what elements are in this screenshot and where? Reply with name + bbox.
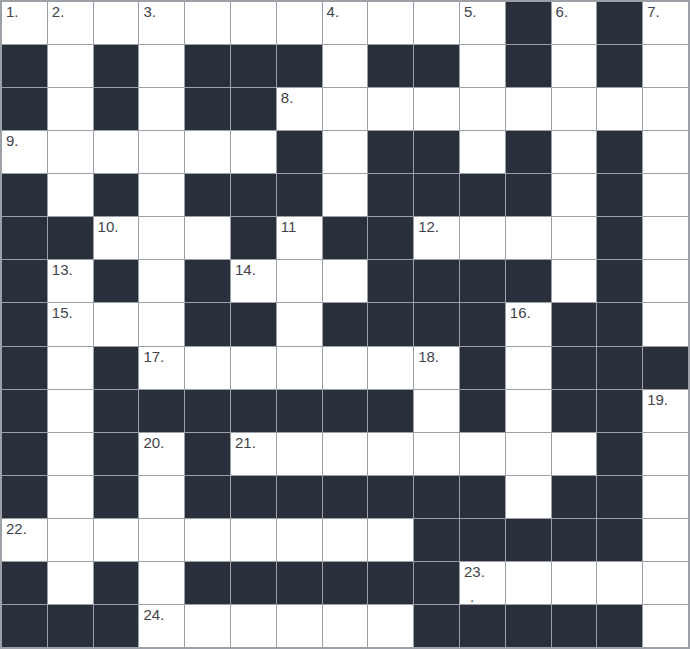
clue-number: 11 [281,218,297,236]
block-cell [2,562,47,604]
letter-cell[interactable]: 15. [48,303,93,345]
letter-cell[interactable] [643,260,688,302]
letter-cell[interactable] [506,88,551,130]
letter-cell[interactable] [323,347,368,389]
clue-number: 5. [464,3,477,21]
block-cell [552,476,597,518]
letter-cell[interactable] [460,131,505,173]
letter-cell[interactable] [552,260,597,302]
letter-cell[interactable] [552,433,597,475]
letter-cell[interactable]: 18. [414,347,459,389]
block-cell [185,260,230,302]
letter-cell[interactable] [185,605,230,647]
clue-number: 8. [281,89,294,107]
block-cell [231,45,276,87]
clue-number: 10. [98,218,119,236]
block-cell [506,605,551,647]
block-cell [597,303,642,345]
letter-cell[interactable] [277,260,322,302]
letter-cell[interactable] [48,562,93,604]
letter-cell[interactable]: 7. [643,2,688,44]
letter-cell[interactable]: 1. [2,2,47,44]
block-cell [94,45,139,87]
block-cell [414,519,459,561]
letter-cell[interactable] [277,2,322,44]
block-cell [2,260,47,302]
letter-cell[interactable] [368,433,413,475]
letter-cell[interactable] [139,476,184,518]
block-cell [2,303,47,345]
letter-cell[interactable]: 8. [277,88,322,130]
letter-cell[interactable]: 17. [139,347,184,389]
block-cell [94,260,139,302]
letter-cell[interactable]: 19. [643,390,688,432]
block-cell [368,174,413,216]
block-cell [368,217,413,259]
block-cell [231,217,276,259]
block-cell [323,217,368,259]
block-cell [94,476,139,518]
letter-cell[interactable] [185,131,230,173]
letter-cell[interactable] [323,45,368,87]
letter-cell[interactable] [506,390,551,432]
letter-cell[interactable]: 22. [2,519,47,561]
clue-number: 15. [52,304,73,322]
block-cell [460,260,505,302]
letter-cell[interactable] [460,88,505,130]
block-cell [2,347,47,389]
letter-cell[interactable] [643,562,688,604]
clue-number: 7. [647,3,660,21]
letter-cell[interactable] [231,131,276,173]
letter-cell[interactable] [48,347,93,389]
letter-cell[interactable] [368,88,413,130]
block-cell [277,174,322,216]
clue-number: 12. [418,218,439,236]
letter-cell[interactable] [506,562,551,604]
letter-cell[interactable] [94,519,139,561]
block-cell [94,174,139,216]
block-cell [552,390,597,432]
block-cell [323,562,368,604]
block-cell [368,562,413,604]
letter-cell[interactable] [506,347,551,389]
block-cell [231,88,276,130]
clue-number: 14. [235,261,256,279]
block-cell [2,88,47,130]
block-cell [277,390,322,432]
block-cell [94,88,139,130]
block-cell [2,605,47,647]
letter-cell[interactable]: 11 [277,217,322,259]
letter-cell[interactable] [277,347,322,389]
letter-cell[interactable] [277,303,322,345]
letter-cell[interactable] [231,605,276,647]
letter-cell[interactable] [368,519,413,561]
block-cell [94,347,139,389]
letter-cell[interactable] [185,217,230,259]
clue-number: 19. [647,391,668,409]
block-cell [185,174,230,216]
letter-cell[interactable] [139,174,184,216]
block-cell [368,45,413,87]
block-cell [597,347,642,389]
block-cell [185,562,230,604]
clue-number: 20. [143,434,164,452]
stray-period-artifact: . [470,588,474,605]
letter-cell[interactable] [506,217,551,259]
letter-cell[interactable] [552,174,597,216]
letter-cell[interactable] [48,45,93,87]
block-cell [368,260,413,302]
block-cell [94,390,139,432]
clue-number: 16. [510,304,531,322]
letter-cell[interactable] [231,347,276,389]
letter-cell[interactable] [552,131,597,173]
letter-cell[interactable]: 16. [506,303,551,345]
block-cell [597,605,642,647]
block-cell [277,45,322,87]
letter-cell[interactable] [277,433,322,475]
block-cell [94,433,139,475]
letter-cell[interactable] [185,519,230,561]
letter-cell[interactable] [414,2,459,44]
block-cell [552,347,597,389]
letter-cell[interactable] [277,605,322,647]
letter-cell[interactable] [643,303,688,345]
block-cell [139,390,184,432]
block-cell [460,519,505,561]
block-cell [185,303,230,345]
block-cell [2,476,47,518]
letter-cell[interactable]: 13. [48,260,93,302]
letter-cell[interactable] [643,45,688,87]
letter-cell[interactable] [414,390,459,432]
block-cell [597,217,642,259]
crossword-board: 1.2.3.4.5.6.7.8.9.10.1112.13.14.15.16.17… [0,0,690,649]
letter-cell[interactable]: 5. [460,2,505,44]
letter-cell[interactable]: 12. [414,217,459,259]
block-cell [506,2,551,44]
block-cell [231,303,276,345]
block-cell [231,174,276,216]
letter-cell[interactable]: 2. [48,2,93,44]
letter-cell[interactable] [643,217,688,259]
clue-number: 2. [52,3,65,21]
letter-cell[interactable] [48,390,93,432]
letter-cell[interactable] [368,2,413,44]
block-cell [597,2,642,44]
block-cell [460,174,505,216]
letter-cell[interactable]: 3. [139,2,184,44]
letter-cell[interactable] [139,562,184,604]
block-cell [48,605,93,647]
clue-number: 6. [556,3,569,21]
letter-cell[interactable] [643,131,688,173]
block-cell [460,605,505,647]
block-cell [368,303,413,345]
letter-cell[interactable]: 4. [323,2,368,44]
letter-cell[interactable] [277,519,322,561]
block-cell [277,131,322,173]
letter-cell[interactable] [48,476,93,518]
block-cell [414,174,459,216]
block-cell [48,217,93,259]
block-cell [2,390,47,432]
clue-number: 4. [327,3,340,21]
letter-cell[interactable] [368,605,413,647]
block-cell [414,45,459,87]
letter-cell[interactable] [323,88,368,130]
block-cell [552,519,597,561]
letter-cell[interactable]: 23.. [460,562,505,604]
letter-cell[interactable] [323,433,368,475]
block-cell [460,476,505,518]
letter-cell[interactable] [94,2,139,44]
letter-cell[interactable] [506,433,551,475]
letter-cell[interactable] [460,45,505,87]
block-cell [185,45,230,87]
letter-cell[interactable] [139,45,184,87]
letter-cell[interactable] [323,174,368,216]
letter-cell[interactable] [139,88,184,130]
letter-cell[interactable] [552,45,597,87]
letter-cell[interactable] [597,562,642,604]
clue-number: 9. [6,132,19,150]
letter-cell[interactable] [231,2,276,44]
letter-cell[interactable] [643,174,688,216]
block-cell [368,476,413,518]
block-cell [552,605,597,647]
block-cell [185,433,230,475]
block-cell [460,303,505,345]
letter-cell[interactable] [185,347,230,389]
block-cell [368,390,413,432]
block-cell [231,390,276,432]
block-cell [2,217,47,259]
letter-cell[interactable] [139,217,184,259]
letter-cell[interactable] [323,605,368,647]
block-cell [506,519,551,561]
clue-number: 23. [464,563,485,581]
letter-cell[interactable] [460,433,505,475]
letter-cell[interactable] [643,519,688,561]
letter-cell[interactable] [414,88,459,130]
letter-cell[interactable] [643,605,688,647]
letter-cell[interactable] [94,131,139,173]
clue-number: 18. [418,348,439,366]
block-cell [414,605,459,647]
block-cell [94,562,139,604]
letter-cell[interactable]: 20. [139,433,184,475]
letter-cell[interactable] [643,433,688,475]
letter-cell[interactable] [643,88,688,130]
block-cell [2,45,47,87]
letter-cell[interactable]: 21. [231,433,276,475]
letter-cell[interactable] [139,303,184,345]
block-cell [414,131,459,173]
letter-cell[interactable] [552,88,597,130]
block-cell [597,45,642,87]
block-cell [323,303,368,345]
letter-cell[interactable] [139,260,184,302]
block-cell [323,476,368,518]
block-cell [185,476,230,518]
letter-cell[interactable] [460,217,505,259]
block-cell [2,174,47,216]
letter-cell[interactable] [139,131,184,173]
block-cell [597,131,642,173]
letter-cell[interactable] [48,88,93,130]
block-cell [185,390,230,432]
block-cell [277,476,322,518]
block-cell [414,260,459,302]
block-cell [597,390,642,432]
letter-cell[interactable] [368,347,413,389]
block-cell [414,303,459,345]
letter-cell[interactable] [323,519,368,561]
clue-number: 13. [52,261,73,279]
letter-cell[interactable] [48,519,93,561]
block-cell [552,303,597,345]
block-cell [460,347,505,389]
clue-number: 17. [143,348,164,366]
letter-cell[interactable] [94,303,139,345]
block-cell [597,519,642,561]
letter-cell[interactable] [552,217,597,259]
letter-cell[interactable] [597,88,642,130]
block-cell [597,476,642,518]
block-cell [597,260,642,302]
letter-cell[interactable] [643,476,688,518]
block-cell [597,433,642,475]
block-cell [460,390,505,432]
letter-cell[interactable] [323,131,368,173]
letter-cell[interactable] [414,433,459,475]
letter-cell[interactable] [323,260,368,302]
letter-cell[interactable] [185,2,230,44]
clue-number: 24. [143,606,164,624]
block-cell [506,260,551,302]
letter-cell[interactable] [506,476,551,518]
block-cell [506,45,551,87]
clue-number: 1. [6,3,19,21]
block-cell [643,347,688,389]
clue-number: 22. [6,520,27,538]
block-cell [94,605,139,647]
block-cell [414,476,459,518]
letter-cell[interactable]: 9. [2,131,47,173]
letter-cell[interactable] [48,174,93,216]
letter-cell[interactable]: 10. [94,217,139,259]
block-cell [506,174,551,216]
block-cell [597,174,642,216]
block-cell [2,433,47,475]
letter-cell[interactable] [48,131,93,173]
letter-cell[interactable] [552,562,597,604]
clue-number: 21. [235,434,256,452]
block-cell [185,88,230,130]
block-cell [506,131,551,173]
letter-cell[interactable]: 24. [139,605,184,647]
block-cell [231,476,276,518]
block-cell [323,390,368,432]
letter-cell[interactable]: 14. [231,260,276,302]
letter-cell[interactable] [139,519,184,561]
clue-number: 3. [143,3,156,21]
letter-cell[interactable] [48,433,93,475]
letter-cell[interactable] [231,519,276,561]
block-cell [277,562,322,604]
block-cell [414,562,459,604]
block-cell [231,562,276,604]
letter-cell[interactable]: 6. [552,2,597,44]
block-cell [368,131,413,173]
